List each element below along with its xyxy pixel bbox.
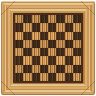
square-c4[interactable] (32, 48, 40, 56)
product-photo-background: { "game": "chess", "board_description": … (0, 0, 96, 96)
board-frame-bottom (1, 82, 95, 95)
square-f6[interactable] (56, 32, 64, 40)
square-f4[interactable] (56, 48, 64, 56)
square-d3[interactable] (40, 56, 48, 64)
square-f8[interactable] (56, 15, 64, 23)
square-g3[interactable] (65, 56, 73, 64)
square-a3[interactable] (15, 56, 23, 64)
square-c1[interactable] (32, 73, 40, 81)
square-d5[interactable] (40, 40, 48, 48)
square-b5[interactable] (23, 40, 31, 48)
square-d1[interactable] (40, 73, 48, 81)
square-a4[interactable] (15, 48, 23, 56)
square-e1[interactable] (48, 73, 56, 81)
squares-grid (15, 15, 81, 81)
square-b6[interactable] (23, 32, 31, 40)
square-c6[interactable] (32, 32, 40, 40)
square-g8[interactable] (65, 15, 73, 23)
square-h5[interactable] (73, 40, 81, 48)
square-e7[interactable] (48, 23, 56, 31)
square-a8[interactable] (15, 15, 23, 23)
square-g7[interactable] (65, 23, 73, 31)
chess-board (1, 1, 95, 95)
square-h1[interactable] (73, 73, 81, 81)
square-c7[interactable] (32, 23, 40, 31)
square-g5[interactable] (65, 40, 73, 48)
square-a6[interactable] (15, 32, 23, 40)
square-d2[interactable] (40, 65, 48, 73)
square-a1[interactable] (15, 73, 23, 81)
square-g1[interactable] (65, 73, 73, 81)
square-d8[interactable] (40, 15, 48, 23)
square-e8[interactable] (48, 15, 56, 23)
square-b4[interactable] (23, 48, 31, 56)
square-f5[interactable] (56, 40, 64, 48)
square-e2[interactable] (48, 65, 56, 73)
square-b7[interactable] (23, 23, 31, 31)
square-a2[interactable] (15, 65, 23, 73)
square-f3[interactable] (56, 56, 64, 64)
square-c8[interactable] (32, 15, 40, 23)
square-g2[interactable] (65, 65, 73, 73)
square-a7[interactable] (15, 23, 23, 31)
playing-area (13, 13, 83, 83)
square-h6[interactable] (73, 32, 81, 40)
square-e5[interactable] (48, 40, 56, 48)
square-b2[interactable] (23, 65, 31, 73)
square-h2[interactable] (73, 65, 81, 73)
square-h8[interactable] (73, 15, 81, 23)
square-a5[interactable] (15, 40, 23, 48)
square-h3[interactable] (73, 56, 81, 64)
square-h7[interactable] (73, 23, 81, 31)
square-c3[interactable] (32, 56, 40, 64)
square-d6[interactable] (40, 32, 48, 40)
square-h4[interactable] (73, 48, 81, 56)
square-e4[interactable] (48, 48, 56, 56)
square-d7[interactable] (40, 23, 48, 31)
square-f7[interactable] (56, 23, 64, 31)
square-c5[interactable] (32, 40, 40, 48)
square-f2[interactable] (56, 65, 64, 73)
square-b1[interactable] (23, 73, 31, 81)
square-g6[interactable] (65, 32, 73, 40)
square-e3[interactable] (48, 56, 56, 64)
square-d4[interactable] (40, 48, 48, 56)
square-g4[interactable] (65, 48, 73, 56)
square-b8[interactable] (23, 15, 31, 23)
square-e6[interactable] (48, 32, 56, 40)
square-f1[interactable] (56, 73, 64, 81)
square-b3[interactable] (23, 56, 31, 64)
square-c2[interactable] (32, 65, 40, 73)
